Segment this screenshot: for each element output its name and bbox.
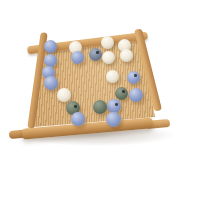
bead-hole [115, 103, 119, 106]
bead-slate[interactable] [89, 48, 102, 61]
bead-gray[interactable] [93, 100, 107, 114]
bead-blue[interactable] [44, 76, 58, 90]
beads-layer [0, 0, 200, 200]
bead-white[interactable] [120, 49, 133, 62]
bead-white[interactable] [101, 36, 114, 49]
bead-white[interactable] [57, 88, 71, 102]
bead-hole [74, 105, 78, 108]
bead-white[interactable] [106, 70, 119, 83]
bead-blue[interactable] [71, 112, 85, 126]
bead-blue[interactable] [44, 40, 57, 53]
bead-white[interactable] [102, 51, 115, 64]
bead-hole [96, 51, 100, 54]
bead-blue[interactable] [44, 54, 57, 67]
bead-hole [122, 90, 126, 93]
bead-blue[interactable] [106, 112, 121, 127]
bead-tray-photo [0, 0, 200, 200]
bead-blue[interactable] [127, 71, 140, 84]
bead-blue[interactable] [129, 88, 143, 102]
bead-blue[interactable] [71, 51, 84, 64]
bead-blue[interactable] [107, 99, 121, 113]
bead-hole [134, 74, 138, 77]
bead-gray[interactable] [115, 87, 128, 100]
